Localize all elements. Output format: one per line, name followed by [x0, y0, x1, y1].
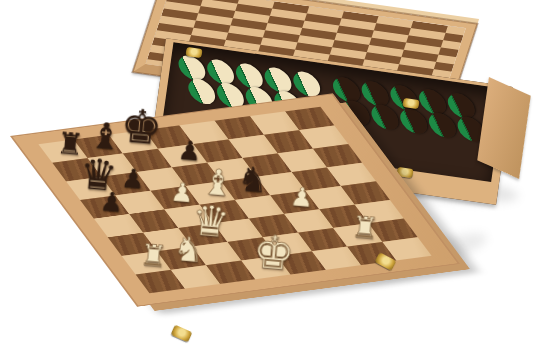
black-pawn-a5[interactable]: ♟	[99, 188, 124, 216]
square-f4[interactable]: ♟	[270, 191, 319, 214]
black-pawn-d7[interactable]: ♟	[177, 137, 202, 165]
square-a5[interactable]: ♟	[80, 195, 129, 218]
white-king-d1[interactable]: ♚	[251, 228, 296, 277]
square-a2[interactable]: ♜	[122, 251, 171, 274]
white-knight-b2[interactable]: ♞	[172, 231, 205, 268]
square-d7[interactable]: ♟	[158, 144, 207, 167]
chess-board: ♜♝♚♟♛♟♟♟♝♞♟♛♜♞♜♚	[13, 94, 458, 305]
black-king-c8[interactable]: ♚	[119, 102, 164, 151]
white-pawn-c5[interactable]: ♟	[169, 179, 194, 207]
white-rook-g2[interactable]: ♜	[350, 212, 379, 244]
white-pawn-f4[interactable]: ♟	[289, 183, 314, 211]
black-knight-e5[interactable]: ♞	[236, 161, 269, 198]
white-rook-a2[interactable]: ♜	[139, 240, 168, 272]
board-perspective-wrapper: ♜♝♚♟♛♟♟♟♝♞♟♛♜♞♜♚	[0, 0, 536, 364]
product-photo-scene: ♜♝♚♟♛♟♟♟♝♞♟♛♜♞♜♚	[0, 0, 536, 364]
